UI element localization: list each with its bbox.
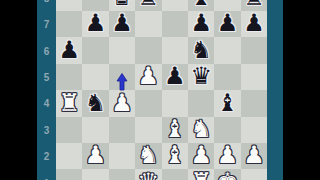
- square-g7[interactable]: ♟: [214, 11, 240, 37]
- piece-white-pawn-g2[interactable]: ♟: [217, 142, 239, 168]
- square-a4[interactable]: ♜: [56, 90, 82, 116]
- square-a8[interactable]: [56, 0, 82, 11]
- square-f5[interactable]: ♛: [188, 64, 214, 90]
- square-g4[interactable]: ♝: [214, 90, 240, 116]
- piece-white-knight-f3[interactable]: ♞: [190, 116, 212, 142]
- piece-white-pawn-h2[interactable]: ♟: [243, 142, 265, 168]
- piece-black-knight-f6[interactable]: ♞: [190, 37, 212, 63]
- square-f2[interactable]: ♟: [188, 143, 214, 169]
- square-b6[interactable]: [82, 37, 108, 63]
- square-a3[interactable]: [56, 117, 82, 143]
- square-b5[interactable]: [82, 64, 108, 90]
- square-d4[interactable]: [135, 90, 161, 116]
- square-f3[interactable]: ♞: [188, 117, 214, 143]
- rank-label-1: 1: [37, 177, 56, 180]
- square-g2[interactable]: ♟: [214, 143, 240, 169]
- piece-black-bishop-g4[interactable]: ♝: [217, 90, 239, 116]
- square-a7[interactable]: [56, 11, 82, 37]
- square-a6[interactable]: ♟: [56, 37, 82, 63]
- square-h1[interactable]: [241, 169, 267, 180]
- piece-white-rook-a4[interactable]: ♜: [58, 90, 80, 116]
- rank-label-4: 4: [37, 98, 56, 109]
- rank-label-6: 6: [37, 45, 56, 56]
- square-d2[interactable]: ♞: [135, 143, 161, 169]
- square-b2[interactable]: ♟: [82, 143, 108, 169]
- square-h3[interactable]: [241, 117, 267, 143]
- square-e2[interactable]: ♝: [162, 143, 188, 169]
- piece-black-pawn-b7[interactable]: ♟: [85, 10, 107, 36]
- square-f1[interactable]: ♜: [188, 169, 214, 180]
- square-g6[interactable]: [214, 37, 240, 63]
- square-c4[interactable]: ♟: [109, 90, 135, 116]
- square-g3[interactable]: [214, 117, 240, 143]
- square-e8[interactable]: [162, 0, 188, 11]
- square-b1[interactable]: [82, 169, 108, 180]
- rank-labels: 87654321: [37, 0, 56, 180]
- square-d6[interactable]: [135, 37, 161, 63]
- piece-white-pawn-c4[interactable]: ♟: [111, 90, 133, 116]
- square-h5[interactable]: [241, 64, 267, 90]
- piece-white-bishop-e2[interactable]: ♝: [164, 142, 186, 168]
- square-h4[interactable]: [241, 90, 267, 116]
- piece-black-pawn-g7[interactable]: ♟: [217, 10, 239, 36]
- square-c3[interactable]: [109, 117, 135, 143]
- square-e7[interactable]: [162, 11, 188, 37]
- square-c1[interactable]: [109, 169, 135, 180]
- rank-label-5: 5: [37, 72, 56, 83]
- square-e3[interactable]: ♝: [162, 117, 188, 143]
- rank-label-2: 2: [37, 151, 56, 162]
- square-d8[interactable]: ♜: [135, 0, 161, 11]
- piece-black-pawn-c7[interactable]: ♟: [111, 10, 133, 36]
- piece-white-bishop-e3[interactable]: ♝: [164, 116, 186, 142]
- piece-black-queen-f5[interactable]: ♛: [190, 63, 212, 89]
- piece-white-rook-f1[interactable]: ♜: [190, 169, 212, 180]
- piece-white-knight-d2[interactable]: ♞: [138, 142, 160, 168]
- square-e6[interactable]: [162, 37, 188, 63]
- square-g5[interactable]: [214, 64, 240, 90]
- piece-white-queen-d1[interactable]: ♛: [138, 169, 160, 180]
- square-b3[interactable]: [82, 117, 108, 143]
- square-c7[interactable]: ♟: [109, 11, 135, 37]
- square-e5[interactable]: ♟: [162, 64, 188, 90]
- rank-label-8: 8: [37, 0, 56, 3]
- square-f6[interactable]: ♞: [188, 37, 214, 63]
- square-a1[interactable]: [56, 169, 82, 180]
- square-a5[interactable]: [56, 64, 82, 90]
- square-c2[interactable]: [109, 143, 135, 169]
- square-b7[interactable]: ♟: [82, 11, 108, 37]
- square-b4[interactable]: ♞: [82, 90, 108, 116]
- square-f4[interactable]: [188, 90, 214, 116]
- piece-black-pawn-e5[interactable]: ♟: [164, 63, 186, 89]
- square-c6[interactable]: [109, 37, 135, 63]
- letterbox-bar-right: [283, 0, 320, 180]
- letterbox-bar-left: [0, 0, 37, 180]
- square-h7[interactable]: ♟: [241, 11, 267, 37]
- chess-board: ♚♜♝♜♟♟♟♟♟♟♞♟♟♛♜♞♟♝♝♞♟♞♝♟♟♟♛♜♚: [56, 0, 267, 180]
- piece-black-knight-b4[interactable]: ♞: [85, 90, 107, 116]
- rank-label-3: 3: [37, 124, 56, 135]
- piece-white-pawn-f2[interactable]: ♟: [190, 142, 212, 168]
- square-e4[interactable]: [162, 90, 188, 116]
- square-e1[interactable]: [162, 169, 188, 180]
- piece-black-pawn-h7[interactable]: ♟: [243, 10, 265, 36]
- video-frame: 87654321 ♚♜♝♜♟♟♟♟♟♟♞♟♟♛♜♞♟♝♝♞♟♞♝♟♟♟♛♜♚: [0, 0, 320, 180]
- square-d1[interactable]: ♛: [135, 169, 161, 180]
- square-d7[interactable]: [135, 11, 161, 37]
- square-c5[interactable]: [109, 64, 135, 90]
- square-d5[interactable]: ♟: [135, 64, 161, 90]
- square-g1[interactable]: ♚: [214, 169, 240, 180]
- rank-label-7: 7: [37, 19, 56, 30]
- piece-white-king-g1[interactable]: ♚: [217, 169, 239, 180]
- piece-white-pawn-b2[interactable]: ♟: [85, 142, 107, 168]
- square-f7[interactable]: ♟: [188, 11, 214, 37]
- piece-black-rook-d8[interactable]: ♜: [138, 0, 160, 11]
- piece-black-pawn-f7[interactable]: ♟: [190, 10, 212, 36]
- square-a2[interactable]: [56, 143, 82, 169]
- square-d3[interactable]: [135, 117, 161, 143]
- piece-black-pawn-a6[interactable]: ♟: [58, 37, 80, 63]
- square-h6[interactable]: [241, 37, 267, 63]
- piece-white-pawn-d5[interactable]: ♟: [138, 63, 160, 89]
- square-h2[interactable]: ♟: [241, 143, 267, 169]
